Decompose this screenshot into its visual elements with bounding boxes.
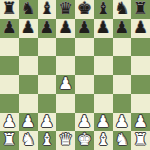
square-d1[interactable]: ♛ — [56, 131, 75, 150]
piece-black-rook[interactable]: ♜ — [133, 1, 148, 18]
square-a6[interactable] — [0, 38, 19, 57]
square-h2[interactable]: ♟ — [131, 113, 150, 132]
piece-white-pawn[interactable]: ♟ — [58, 76, 73, 93]
piece-black-pawn[interactable]: ♟ — [133, 19, 148, 36]
square-b8[interactable]: ♞ — [19, 0, 38, 19]
square-g1[interactable]: ♞ — [113, 131, 132, 150]
piece-white-queen[interactable]: ♛ — [58, 132, 73, 149]
square-a3[interactable] — [0, 94, 19, 113]
square-b2[interactable]: ♟ — [19, 113, 38, 132]
square-d4[interactable]: ♟ — [56, 75, 75, 94]
piece-black-pawn[interactable]: ♟ — [2, 19, 17, 36]
square-e2[interactable]: ♟ — [75, 113, 94, 132]
piece-black-king[interactable]: ♚ — [77, 1, 92, 18]
square-d2[interactable] — [56, 113, 75, 132]
chess-board: ♜♞♝♛♚♝♞♜♟♟♟♟♟♟♟♟♟♟♟♟♟♟♟♟♜♞♝♛♚♝♞♜ — [0, 0, 150, 150]
piece-white-rook[interactable]: ♜ — [2, 132, 17, 149]
piece-black-pawn[interactable]: ♟ — [58, 19, 73, 36]
square-h1[interactable]: ♜ — [131, 131, 150, 150]
square-a2[interactable]: ♟ — [0, 113, 19, 132]
piece-white-pawn[interactable]: ♟ — [133, 113, 148, 130]
piece-white-king[interactable]: ♚ — [77, 132, 92, 149]
square-b3[interactable] — [19, 94, 38, 113]
square-a4[interactable] — [0, 75, 19, 94]
square-h5[interactable] — [131, 56, 150, 75]
square-b5[interactable] — [19, 56, 38, 75]
piece-black-pawn[interactable]: ♟ — [96, 19, 111, 36]
square-h3[interactable] — [131, 94, 150, 113]
piece-white-pawn[interactable]: ♟ — [21, 113, 36, 130]
square-g4[interactable] — [113, 75, 132, 94]
piece-black-pawn[interactable]: ♟ — [114, 19, 129, 36]
square-h7[interactable]: ♟ — [131, 19, 150, 38]
square-h8[interactable]: ♜ — [131, 0, 150, 19]
square-e4[interactable] — [75, 75, 94, 94]
piece-white-pawn[interactable]: ♟ — [114, 113, 129, 130]
square-d6[interactable] — [56, 38, 75, 57]
piece-black-knight[interactable]: ♞ — [114, 1, 129, 18]
square-e1[interactable]: ♚ — [75, 131, 94, 150]
square-f8[interactable]: ♝ — [94, 0, 113, 19]
piece-black-bishop[interactable]: ♝ — [96, 1, 111, 18]
square-b7[interactable]: ♟ — [19, 19, 38, 38]
square-c4[interactable] — [38, 75, 57, 94]
piece-white-pawn[interactable]: ♟ — [96, 113, 111, 130]
piece-black-pawn[interactable]: ♟ — [77, 19, 92, 36]
square-f4[interactable] — [94, 75, 113, 94]
piece-white-rook[interactable]: ♜ — [133, 132, 148, 149]
square-f7[interactable]: ♟ — [94, 19, 113, 38]
square-e5[interactable] — [75, 56, 94, 75]
square-a7[interactable]: ♟ — [0, 19, 19, 38]
square-g7[interactable]: ♟ — [113, 19, 132, 38]
piece-white-pawn[interactable]: ♟ — [2, 113, 17, 130]
square-f5[interactable] — [94, 56, 113, 75]
square-h4[interactable] — [131, 75, 150, 94]
square-f2[interactable]: ♟ — [94, 113, 113, 132]
square-b6[interactable] — [19, 38, 38, 57]
square-e8[interactable]: ♚ — [75, 0, 94, 19]
square-e7[interactable]: ♟ — [75, 19, 94, 38]
square-b4[interactable] — [19, 75, 38, 94]
piece-white-bishop[interactable]: ♝ — [39, 132, 54, 149]
piece-white-pawn[interactable]: ♟ — [77, 113, 92, 130]
square-c7[interactable]: ♟ — [38, 19, 57, 38]
square-c8[interactable]: ♝ — [38, 0, 57, 19]
square-a1[interactable]: ♜ — [0, 131, 19, 150]
piece-black-rook[interactable]: ♜ — [2, 1, 17, 18]
square-c6[interactable] — [38, 38, 57, 57]
square-c1[interactable]: ♝ — [38, 131, 57, 150]
piece-black-knight[interactable]: ♞ — [21, 1, 36, 18]
square-f1[interactable]: ♝ — [94, 131, 113, 150]
square-d3[interactable] — [56, 94, 75, 113]
square-d5[interactable] — [56, 56, 75, 75]
square-d8[interactable]: ♛ — [56, 0, 75, 19]
square-e3[interactable] — [75, 94, 94, 113]
square-g5[interactable] — [113, 56, 132, 75]
piece-black-pawn[interactable]: ♟ — [39, 19, 54, 36]
square-g6[interactable] — [113, 38, 132, 57]
square-a5[interactable] — [0, 56, 19, 75]
square-c2[interactable]: ♟ — [38, 113, 57, 132]
piece-white-pawn[interactable]: ♟ — [39, 113, 54, 130]
square-a8[interactable]: ♜ — [0, 0, 19, 19]
piece-white-bishop[interactable]: ♝ — [96, 132, 111, 149]
square-d7[interactable]: ♟ — [56, 19, 75, 38]
square-f3[interactable] — [94, 94, 113, 113]
square-h6[interactable] — [131, 38, 150, 57]
piece-black-pawn[interactable]: ♟ — [21, 19, 36, 36]
square-g3[interactable] — [113, 94, 132, 113]
square-e6[interactable] — [75, 38, 94, 57]
piece-white-knight[interactable]: ♞ — [114, 132, 129, 149]
square-c5[interactable] — [38, 56, 57, 75]
square-g8[interactable]: ♞ — [113, 0, 132, 19]
piece-white-knight[interactable]: ♞ — [21, 132, 36, 149]
square-b1[interactable]: ♞ — [19, 131, 38, 150]
square-g2[interactable]: ♟ — [113, 113, 132, 132]
square-f6[interactable] — [94, 38, 113, 57]
square-c3[interactable] — [38, 94, 57, 113]
piece-black-queen[interactable]: ♛ — [58, 1, 73, 18]
piece-black-bishop[interactable]: ♝ — [39, 1, 54, 18]
